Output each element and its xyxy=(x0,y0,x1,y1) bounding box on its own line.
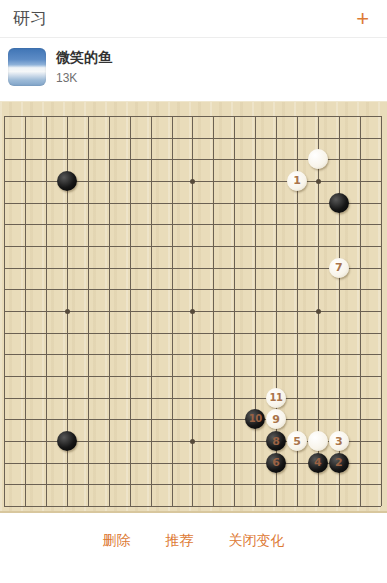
board-cell[interactable] xyxy=(203,105,224,127)
board-cell[interactable] xyxy=(15,192,36,214)
board-cell[interactable] xyxy=(36,127,57,149)
board-cell[interactable] xyxy=(349,127,370,149)
board-cell[interactable] xyxy=(36,170,57,192)
board-cell[interactable] xyxy=(224,257,245,279)
stone-O5[interactable]: 9 xyxy=(266,409,286,429)
board-cell[interactable] xyxy=(328,170,349,192)
board-cell[interactable] xyxy=(161,235,182,257)
board-cell[interactable] xyxy=(349,170,370,192)
board-cell[interactable] xyxy=(182,170,203,192)
board-cell[interactable] xyxy=(370,430,387,452)
board-cell[interactable] xyxy=(349,495,370,513)
stone-R12[interactable]: 7 xyxy=(329,258,349,278)
board-cell[interactable] xyxy=(15,430,36,452)
board-cell[interactable] xyxy=(349,474,370,496)
board-cell[interactable] xyxy=(36,452,57,474)
board-cell[interactable] xyxy=(57,192,78,214)
board-cell[interactable] xyxy=(370,235,387,257)
board-cell[interactable] xyxy=(15,344,36,366)
stone-N5[interactable]: 10 xyxy=(245,409,265,429)
board-cell[interactable] xyxy=(224,474,245,496)
board-cell[interactable] xyxy=(140,474,161,496)
board-cell[interactable] xyxy=(182,474,203,496)
board-cell[interactable] xyxy=(57,105,78,127)
board-cell[interactable] xyxy=(36,365,57,387)
board-cell[interactable] xyxy=(98,105,119,127)
board-cell[interactable] xyxy=(119,170,140,192)
board-cell[interactable] xyxy=(182,257,203,279)
board-cell[interactable] xyxy=(57,170,78,192)
board-cell[interactable] xyxy=(245,344,266,366)
board-cell[interactable] xyxy=(307,192,328,214)
board-cell[interactable] xyxy=(370,344,387,366)
board-cell[interactable] xyxy=(98,430,119,452)
stone-O6[interactable]: 11 xyxy=(266,388,286,408)
board-cell[interactable] xyxy=(224,127,245,149)
board-cell[interactable] xyxy=(140,322,161,344)
board-cell[interactable] xyxy=(161,170,182,192)
board-cell[interactable] xyxy=(224,322,245,344)
board-cell[interactable] xyxy=(161,278,182,300)
board-cell[interactable] xyxy=(245,495,266,513)
board-cell[interactable] xyxy=(36,300,57,322)
board-cell[interactable] xyxy=(203,300,224,322)
board-cell[interactable] xyxy=(119,344,140,366)
board-cell[interactable]: 8 xyxy=(266,430,287,452)
board-cell[interactable] xyxy=(0,387,15,409)
board-cell[interactable] xyxy=(0,127,15,149)
board-cell[interactable] xyxy=(245,148,266,170)
board-cell[interactable] xyxy=(182,127,203,149)
board-cell[interactable] xyxy=(203,235,224,257)
board-cell[interactable] xyxy=(203,127,224,149)
board-cell[interactable] xyxy=(119,127,140,149)
board-cell[interactable] xyxy=(266,344,287,366)
board-cell[interactable] xyxy=(203,322,224,344)
board-cell[interactable] xyxy=(287,365,308,387)
board-cell[interactable] xyxy=(140,387,161,409)
board-cell[interactable] xyxy=(182,278,203,300)
board-cell[interactable] xyxy=(224,365,245,387)
board-cell[interactable] xyxy=(98,170,119,192)
board-cell[interactable] xyxy=(98,344,119,366)
board-cell[interactable] xyxy=(287,235,308,257)
stone-Q17[interactable] xyxy=(308,149,328,169)
board-cell[interactable] xyxy=(182,300,203,322)
board-cell[interactable] xyxy=(349,105,370,127)
board-cell[interactable] xyxy=(161,213,182,235)
board-cell[interactable] xyxy=(140,430,161,452)
board-cell[interactable] xyxy=(57,474,78,496)
board-cell[interactable] xyxy=(78,452,99,474)
board-cell[interactable] xyxy=(349,235,370,257)
board-cell[interactable] xyxy=(98,235,119,257)
board-cell[interactable]: 11 xyxy=(266,387,287,409)
board-cell[interactable] xyxy=(78,495,99,513)
board-cell[interactable] xyxy=(0,474,15,496)
board-cell[interactable] xyxy=(203,409,224,431)
board-cell[interactable] xyxy=(15,495,36,513)
board-cell[interactable] xyxy=(119,235,140,257)
board-cell[interactable] xyxy=(224,148,245,170)
board-cell[interactable] xyxy=(78,278,99,300)
board-cell[interactable] xyxy=(161,344,182,366)
board-cell[interactable] xyxy=(36,430,57,452)
board-cell[interactable] xyxy=(307,322,328,344)
board-cell[interactable] xyxy=(307,148,328,170)
board-cell[interactable] xyxy=(287,127,308,149)
board-cell[interactable] xyxy=(307,344,328,366)
board-cell[interactable] xyxy=(57,213,78,235)
board-cell[interactable] xyxy=(245,105,266,127)
board-cell[interactable] xyxy=(370,105,387,127)
board-cell[interactable] xyxy=(370,127,387,149)
board-cell[interactable] xyxy=(245,365,266,387)
board-cell[interactable] xyxy=(78,409,99,431)
board-cell[interactable] xyxy=(266,148,287,170)
board-cell[interactable] xyxy=(287,387,308,409)
board-cell[interactable] xyxy=(140,452,161,474)
board-cell[interactable] xyxy=(78,105,99,127)
board-cell[interactable] xyxy=(36,495,57,513)
board-cell[interactable] xyxy=(78,365,99,387)
board-cell[interactable] xyxy=(266,474,287,496)
board-cell[interactable] xyxy=(203,278,224,300)
board-cell[interactable] xyxy=(349,278,370,300)
board-cell[interactable] xyxy=(307,495,328,513)
stone-D16[interactable] xyxy=(57,171,77,191)
board-cell[interactable] xyxy=(287,278,308,300)
board-cell[interactable] xyxy=(307,474,328,496)
board-cell[interactable] xyxy=(119,387,140,409)
stone-P4[interactable]: 5 xyxy=(287,431,307,451)
board-cell[interactable] xyxy=(328,192,349,214)
board-cell[interactable] xyxy=(0,213,15,235)
board-cell[interactable] xyxy=(140,495,161,513)
board-cell[interactable] xyxy=(287,105,308,127)
board-cell[interactable] xyxy=(307,409,328,431)
board-cell[interactable] xyxy=(57,300,78,322)
board-cell[interactable] xyxy=(182,365,203,387)
board-cell[interactable] xyxy=(98,452,119,474)
board-cell[interactable] xyxy=(0,322,15,344)
board-cell[interactable] xyxy=(140,192,161,214)
board-cell[interactable] xyxy=(78,257,99,279)
board-cell[interactable] xyxy=(307,235,328,257)
board-cell[interactable] xyxy=(119,105,140,127)
board-cell[interactable] xyxy=(370,495,387,513)
add-study-button[interactable]: + xyxy=(351,8,374,30)
board-cell[interactable] xyxy=(119,300,140,322)
board-cell[interactable]: 5 xyxy=(287,430,308,452)
board-cell[interactable] xyxy=(36,409,57,431)
board-cell[interactable] xyxy=(266,127,287,149)
board-cell[interactable] xyxy=(203,495,224,513)
board-cell[interactable] xyxy=(57,409,78,431)
board-cell[interactable] xyxy=(36,213,57,235)
board-cell[interactable] xyxy=(57,430,78,452)
board-cell[interactable] xyxy=(182,409,203,431)
board-cell[interactable] xyxy=(224,105,245,127)
board-cell[interactable] xyxy=(98,300,119,322)
board-cell[interactable] xyxy=(119,278,140,300)
board-cell[interactable] xyxy=(98,213,119,235)
board-cell[interactable] xyxy=(98,257,119,279)
board-cell[interactable] xyxy=(98,365,119,387)
stone-P16[interactable]: 1 xyxy=(287,171,307,191)
board-cell[interactable] xyxy=(140,127,161,149)
board-cell[interactable] xyxy=(370,365,387,387)
recommend-button[interactable]: 推荐 xyxy=(162,530,198,552)
board-cell[interactable]: 10 xyxy=(245,409,266,431)
board-cell[interactable] xyxy=(370,148,387,170)
board-cell[interactable] xyxy=(98,495,119,513)
board-cell[interactable]: 9 xyxy=(266,409,287,431)
board-cell[interactable] xyxy=(36,192,57,214)
board-cell[interactable] xyxy=(182,322,203,344)
board-cell[interactable] xyxy=(328,322,349,344)
board-cell[interactable] xyxy=(119,495,140,513)
board-cell[interactable] xyxy=(15,409,36,431)
board-cell[interactable] xyxy=(328,278,349,300)
board-cell[interactable] xyxy=(287,344,308,366)
board-cell[interactable] xyxy=(161,322,182,344)
board-cell[interactable] xyxy=(119,322,140,344)
board-cell[interactable] xyxy=(203,452,224,474)
board-cell[interactable] xyxy=(36,474,57,496)
board-cell[interactable] xyxy=(0,278,15,300)
board-cell[interactable] xyxy=(0,148,15,170)
board-cell[interactable] xyxy=(161,257,182,279)
board-cell[interactable] xyxy=(15,127,36,149)
board-cell[interactable] xyxy=(266,322,287,344)
board-cell[interactable]: 3 xyxy=(328,430,349,452)
board-cell[interactable] xyxy=(203,430,224,452)
board-cell[interactable] xyxy=(266,365,287,387)
board-cell[interactable] xyxy=(78,148,99,170)
board-cell[interactable] xyxy=(370,213,387,235)
board-cell[interactable] xyxy=(349,387,370,409)
board-cell[interactable] xyxy=(161,148,182,170)
board-cell[interactable] xyxy=(307,278,328,300)
board-cell[interactable] xyxy=(370,170,387,192)
board-cell[interactable] xyxy=(224,170,245,192)
board-cell[interactable] xyxy=(224,495,245,513)
board-cell[interactable] xyxy=(15,148,36,170)
board-cell[interactable] xyxy=(57,257,78,279)
board-cell[interactable] xyxy=(182,344,203,366)
board-cell[interactable] xyxy=(57,365,78,387)
board-cell[interactable] xyxy=(0,235,15,257)
board-cell[interactable] xyxy=(245,213,266,235)
board-cell[interactable] xyxy=(245,192,266,214)
board-cell[interactable] xyxy=(349,257,370,279)
board-cell[interactable] xyxy=(0,365,15,387)
board-cell[interactable] xyxy=(266,105,287,127)
board-cell[interactable] xyxy=(78,474,99,496)
board-cell[interactable] xyxy=(78,344,99,366)
board-cell[interactable] xyxy=(245,387,266,409)
board-cell[interactable] xyxy=(161,387,182,409)
board-cell[interactable] xyxy=(36,257,57,279)
board-cell[interactable] xyxy=(140,170,161,192)
board-cell[interactable] xyxy=(57,452,78,474)
board-cell[interactable] xyxy=(328,344,349,366)
board-cell[interactable] xyxy=(161,495,182,513)
board-cell[interactable] xyxy=(349,430,370,452)
board-cell[interactable] xyxy=(245,170,266,192)
board-cell[interactable] xyxy=(161,192,182,214)
board-cell[interactable] xyxy=(0,452,15,474)
board-cell[interactable] xyxy=(224,409,245,431)
board-cell[interactable] xyxy=(78,387,99,409)
board-cell[interactable] xyxy=(328,127,349,149)
board-cell[interactable] xyxy=(15,452,36,474)
board-cell[interactable] xyxy=(161,409,182,431)
board-cell[interactable] xyxy=(245,127,266,149)
board-cell[interactable] xyxy=(266,495,287,513)
board-cell[interactable] xyxy=(203,192,224,214)
board-cell[interactable] xyxy=(370,409,387,431)
user-card[interactable]: 微笑的鱼 13K xyxy=(0,38,387,95)
board-cell[interactable] xyxy=(0,257,15,279)
board-cell[interactable] xyxy=(224,430,245,452)
board-cell[interactable] xyxy=(0,495,15,513)
board-cell[interactable] xyxy=(287,300,308,322)
board-cell[interactable] xyxy=(224,235,245,257)
board-cell[interactable] xyxy=(245,278,266,300)
board-cell[interactable] xyxy=(182,452,203,474)
board-cell[interactable] xyxy=(266,278,287,300)
board-cell[interactable] xyxy=(161,127,182,149)
board-cell[interactable] xyxy=(15,365,36,387)
board-cell[interactable] xyxy=(15,322,36,344)
board-cell[interactable] xyxy=(328,213,349,235)
board-cell[interactable] xyxy=(245,452,266,474)
board-cell[interactable] xyxy=(15,213,36,235)
board-cell[interactable] xyxy=(140,300,161,322)
board-cell[interactable] xyxy=(78,322,99,344)
board-cell[interactable] xyxy=(349,322,370,344)
board-cell[interactable] xyxy=(36,105,57,127)
board-cell[interactable] xyxy=(287,452,308,474)
board-cell[interactable] xyxy=(370,387,387,409)
board-cell[interactable] xyxy=(0,300,15,322)
board-cell[interactable] xyxy=(328,105,349,127)
board-cell[interactable] xyxy=(15,474,36,496)
board-cell[interactable] xyxy=(328,474,349,496)
board-cell[interactable] xyxy=(15,105,36,127)
board-cell[interactable] xyxy=(57,322,78,344)
board-cell[interactable] xyxy=(98,474,119,496)
board-cell[interactable] xyxy=(245,257,266,279)
board-cell[interactable] xyxy=(307,365,328,387)
board-cell[interactable] xyxy=(57,148,78,170)
board-cell[interactable] xyxy=(119,257,140,279)
board-cell[interactable] xyxy=(15,278,36,300)
board-cell[interactable] xyxy=(287,474,308,496)
board-cell[interactable] xyxy=(287,213,308,235)
board-cell[interactable] xyxy=(203,344,224,366)
board-cell[interactable] xyxy=(36,322,57,344)
board-cell[interactable] xyxy=(98,148,119,170)
board-cell[interactable]: 4 xyxy=(307,452,328,474)
board-cell[interactable] xyxy=(349,344,370,366)
board-cell[interactable] xyxy=(0,192,15,214)
board-cell[interactable] xyxy=(98,127,119,149)
board-cell[interactable] xyxy=(98,387,119,409)
board-cell[interactable] xyxy=(307,170,328,192)
board-cell[interactable] xyxy=(119,409,140,431)
board-cell[interactable] xyxy=(245,474,266,496)
board-cell[interactable] xyxy=(140,365,161,387)
go-board[interactable]: 1711109853642 xyxy=(0,101,387,513)
board-cell[interactable] xyxy=(349,409,370,431)
board-cell[interactable] xyxy=(349,365,370,387)
board-cell[interactable] xyxy=(307,213,328,235)
board-cell[interactable] xyxy=(287,409,308,431)
board-cell[interactable] xyxy=(328,409,349,431)
board-cell[interactable] xyxy=(119,452,140,474)
board-cell[interactable] xyxy=(287,257,308,279)
board-cell[interactable] xyxy=(119,148,140,170)
board-cell[interactable] xyxy=(349,300,370,322)
board-cell[interactable] xyxy=(15,387,36,409)
board-cell[interactable] xyxy=(224,192,245,214)
close-variation-button[interactable]: 关闭变化 xyxy=(225,530,289,552)
board-cell[interactable] xyxy=(203,474,224,496)
board-cell[interactable] xyxy=(98,278,119,300)
board-cell[interactable] xyxy=(0,105,15,127)
board-cell[interactable] xyxy=(182,495,203,513)
board-cell[interactable] xyxy=(266,170,287,192)
board-cell[interactable] xyxy=(182,213,203,235)
board-cell[interactable] xyxy=(15,300,36,322)
board-cell[interactable] xyxy=(182,387,203,409)
board-cell[interactable] xyxy=(370,322,387,344)
board-cell[interactable] xyxy=(78,300,99,322)
board-cell[interactable] xyxy=(0,344,15,366)
board-cell[interactable] xyxy=(0,170,15,192)
board-cell[interactable] xyxy=(140,148,161,170)
board-cell[interactable] xyxy=(140,235,161,257)
board-cell[interactable] xyxy=(245,235,266,257)
board-cell[interactable] xyxy=(78,192,99,214)
board-cell[interactable] xyxy=(287,322,308,344)
board-cell[interactable] xyxy=(370,278,387,300)
board-cell[interactable] xyxy=(140,344,161,366)
board-cell[interactable] xyxy=(36,278,57,300)
board-cell[interactable] xyxy=(287,495,308,513)
board-cell[interactable] xyxy=(182,430,203,452)
board-cell[interactable] xyxy=(78,170,99,192)
board-cell[interactable] xyxy=(36,387,57,409)
board-cell[interactable] xyxy=(57,235,78,257)
stone-Q3[interactable]: 4 xyxy=(308,453,328,473)
board-cell[interactable] xyxy=(182,192,203,214)
board-cell[interactable] xyxy=(57,278,78,300)
board-cell[interactable] xyxy=(119,192,140,214)
board-cell[interactable] xyxy=(119,430,140,452)
board-cell[interactable] xyxy=(36,148,57,170)
board-cell[interactable] xyxy=(203,365,224,387)
board-cell[interactable] xyxy=(370,192,387,214)
board-cell[interactable] xyxy=(57,387,78,409)
board-cell[interactable]: 6 xyxy=(266,452,287,474)
board-cell[interactable] xyxy=(370,474,387,496)
board-cell[interactable] xyxy=(182,148,203,170)
board-cell[interactable] xyxy=(349,192,370,214)
